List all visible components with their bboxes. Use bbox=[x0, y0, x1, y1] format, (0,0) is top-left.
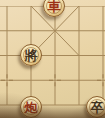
piece-black-general[interactable]: 將 bbox=[20, 44, 42, 66]
piece-red-cannon[interactable]: 炮 bbox=[20, 96, 42, 118]
piece-black-soldier-glyph: 卒 bbox=[91, 101, 104, 114]
piece-red-cannon-glyph: 炮 bbox=[25, 101, 38, 114]
piece-black-soldier[interactable]: 卒 bbox=[86, 96, 105, 118]
piece-red-chariot-glyph: 車 bbox=[48, 0, 61, 13]
xiangqi-board[interactable]: 車 將 炮 卒 bbox=[0, 0, 105, 118]
piece-black-general-glyph: 將 bbox=[25, 49, 38, 62]
